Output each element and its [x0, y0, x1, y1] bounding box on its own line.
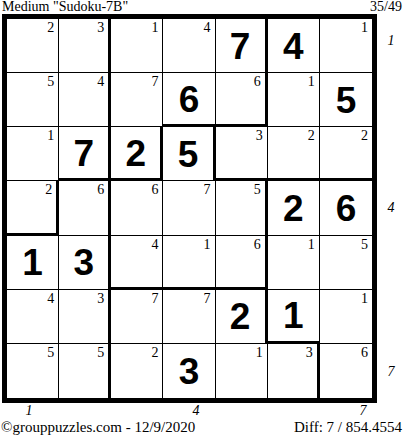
cell-r3c5[interactable]: 3	[216, 127, 268, 181]
pencil-mark: 2	[47, 19, 54, 36]
pencil-mark: 2	[45, 181, 52, 198]
cell-r4c3[interactable]: 6	[111, 181, 163, 235]
cell-r6c1[interactable]: 4	[7, 290, 59, 344]
cell-r1c5[interactable]: 7	[216, 19, 268, 73]
cell-r2c2[interactable]: 4	[59, 73, 111, 127]
pencil-mark: 1	[308, 73, 315, 90]
cell-r7c7[interactable]: 6	[320, 344, 372, 398]
pencil-mark: 3	[97, 19, 104, 36]
cell-r1c1[interactable]: 2	[7, 19, 59, 73]
cell-r6c7[interactable]: 1	[320, 290, 372, 344]
given-digit: 5	[320, 73, 372, 126]
pencil-mark: 4	[47, 290, 54, 307]
cell-r1c2[interactable]: 3	[59, 19, 111, 73]
given-digit: 6	[163, 73, 214, 124]
given-digit: 5	[163, 127, 212, 180]
cell-r4c6[interactable]: 2	[268, 181, 320, 235]
cell-r3c3[interactable]: 2	[111, 127, 163, 181]
row-label-1: 1	[381, 33, 401, 49]
col-label-1: 1	[19, 403, 39, 419]
pencil-mark: 1	[361, 19, 368, 36]
pencil-mark: 5	[97, 344, 104, 361]
pencil-mark: 6	[254, 236, 261, 253]
pencil-mark: 5	[47, 344, 54, 361]
pencil-mark: 7	[151, 290, 158, 307]
pencil-mark: 5	[254, 181, 261, 198]
given-digit: 2	[268, 181, 319, 234]
pencil-mark: 1	[204, 236, 211, 253]
pencil-mark: 7	[204, 290, 211, 307]
given-digit: 4	[268, 19, 319, 72]
pencil-mark: 6	[151, 181, 158, 198]
pencil-mark: 2	[361, 127, 368, 144]
pencil-mark: 2	[151, 344, 158, 361]
cell-r7c6[interactable]: 3	[268, 344, 320, 398]
cell-r1c4[interactable]: 4	[163, 19, 215, 73]
cell-r7c5[interactable]: 1	[216, 344, 268, 398]
cell-r2c5[interactable]: 6	[216, 73, 268, 127]
given-digit: 7	[216, 19, 265, 72]
pencil-mark: 1	[151, 19, 158, 36]
given-digit: 7	[59, 127, 108, 178]
cell-r2c7[interactable]: 5	[320, 73, 372, 127]
cell-r4c5[interactable]: 5	[216, 181, 268, 235]
cell-r2c1[interactable]: 5	[7, 73, 59, 127]
copyright-text: ©grouppuzzles.com - 12/9/2020	[1, 419, 195, 436]
cell-r6c4[interactable]: 7	[163, 290, 215, 344]
pencil-mark: 4	[151, 236, 158, 253]
pencil-mark: 1	[47, 127, 54, 144]
given-digit: 2	[111, 127, 160, 178]
given-digit: 1	[7, 236, 58, 289]
puzzle-title: Medium "Sudoku-7B"	[2, 0, 128, 15]
row-label-7: 7	[381, 364, 401, 380]
pencil-mark: 3	[306, 344, 313, 361]
pencil-mark: 6	[254, 73, 261, 90]
cell-r5c7[interactable]: 5	[320, 236, 372, 290]
pencil-mark: 3	[97, 290, 104, 307]
pencil-mark: 4	[204, 19, 211, 36]
cell-r6c6[interactable]: 1	[268, 290, 320, 344]
cell-r7c4[interactable]: 3	[163, 344, 215, 398]
cell-r5c1[interactable]: 1	[7, 236, 59, 290]
cell-r7c2[interactable]: 5	[59, 344, 111, 398]
given-digit: 2	[216, 290, 265, 343]
cell-r1c7[interactable]: 1	[320, 19, 372, 73]
cell-r4c7[interactable]: 6	[320, 181, 372, 235]
given-digit: 3	[59, 236, 108, 289]
cell-r3c6[interactable]: 2	[268, 127, 320, 181]
cell-r5c4[interactable]: 1	[163, 236, 215, 290]
cell-r3c2[interactable]: 7	[59, 127, 111, 181]
cell-r1c3[interactable]: 1	[111, 19, 163, 73]
pencil-mark: 2	[308, 127, 315, 144]
cell-r5c5[interactable]: 6	[216, 236, 268, 290]
col-label-7: 7	[353, 403, 373, 419]
pencil-mark: 1	[256, 344, 263, 361]
cell-r6c5[interactable]: 2	[216, 290, 268, 344]
cell-r5c3[interactable]: 4	[111, 236, 163, 290]
cell-r6c3[interactable]: 7	[111, 290, 163, 344]
pencil-mark: 7	[204, 181, 211, 198]
col-label-4: 4	[186, 403, 206, 419]
cell-r3c4[interactable]: 5	[163, 127, 215, 181]
sudoku-grid: 2314741547661517253222667526134161543772…	[2, 14, 377, 403]
pencil-mark: 1	[308, 236, 315, 253]
cell-r6c2[interactable]: 3	[59, 290, 111, 344]
progress-counter: 35/49	[370, 0, 402, 15]
cell-r1c6[interactable]: 4	[268, 19, 320, 73]
cell-r2c6[interactable]: 1	[268, 73, 320, 127]
row-label-4: 4	[381, 200, 401, 216]
given-digit: 3	[163, 344, 214, 398]
pencil-mark: 6	[97, 181, 104, 198]
cell-r5c6[interactable]: 1	[268, 236, 320, 290]
cell-r2c3[interactable]: 7	[111, 73, 163, 127]
cell-r3c1[interactable]: 1	[7, 127, 59, 181]
cell-r5c2[interactable]: 3	[59, 236, 111, 290]
pencil-mark: 6	[361, 344, 368, 361]
cell-r7c3[interactable]: 2	[111, 344, 163, 398]
cell-r4c2[interactable]: 6	[59, 181, 111, 235]
difficulty-text: Diff: 7 / 854.4554	[294, 419, 402, 436]
cell-r2c4[interactable]: 6	[163, 73, 215, 127]
pencil-mark: 5	[361, 236, 368, 253]
cell-r7c1[interactable]: 5	[7, 344, 59, 398]
cell-r3c7[interactable]: 2	[320, 127, 372, 181]
pencil-mark: 7	[151, 73, 158, 90]
pencil-mark: 3	[256, 127, 263, 144]
given-digit: 1	[268, 290, 319, 341]
pencil-mark: 5	[47, 73, 54, 90]
given-digit: 6	[320, 181, 372, 234]
cell-r4c4[interactable]: 7	[163, 181, 215, 235]
cell-r4c1[interactable]: 2	[7, 181, 59, 235]
pencil-mark: 4	[97, 73, 104, 90]
pencil-mark: 1	[361, 290, 368, 307]
